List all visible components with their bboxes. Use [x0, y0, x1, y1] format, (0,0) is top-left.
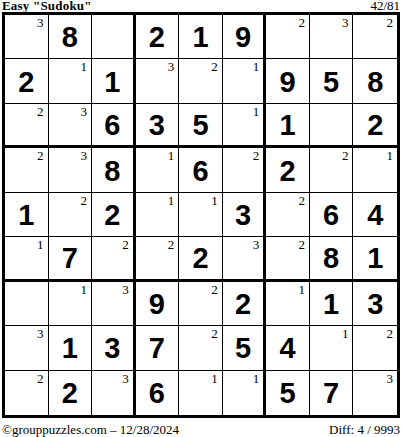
pencil-mark: 1 [298, 283, 305, 296]
cell-value: 3 [367, 290, 383, 319]
cell-value: 4 [280, 334, 296, 363]
cell-value: 8 [104, 157, 120, 186]
cell-value: 5 [323, 68, 339, 97]
sudoku-cell-r1c4[interactable]: 2 [136, 15, 180, 59]
cell-value: 6 [192, 157, 208, 186]
sudoku-cell-r8c1[interactable]: 3 [5, 326, 49, 370]
pencil-mark: 3 [37, 327, 44, 340]
sudoku-cell-r2c6[interactable]: 1 [223, 59, 267, 103]
cell-value: 8 [323, 244, 339, 273]
header: Easy "Sudoku" 42/81 [0, 0, 402, 12]
cell-value: 1 [192, 23, 208, 52]
sudoku-cell-r3c8[interactable] [310, 104, 354, 148]
sudoku-cell-r8c4[interactable]: 7 [136, 326, 180, 370]
sudoku-cell-r2c1[interactable]: 2 [5, 59, 49, 103]
pencil-mark: 2 [387, 327, 394, 340]
sudoku-cell-r4c3[interactable]: 8 [92, 148, 136, 192]
sudoku-cell-r3c6[interactable]: 1 [223, 104, 267, 148]
sudoku-cell-r6c9[interactable]: 1 [353, 237, 397, 281]
progress-counter: 42/81 [370, 0, 400, 12]
sudoku-cell-r7c1[interactable] [5, 282, 49, 326]
sudoku-cell-r2c7[interactable]: 9 [266, 59, 310, 103]
sudoku-cell-r4c5[interactable]: 6 [179, 148, 223, 192]
pencil-mark: 1 [211, 372, 218, 385]
cell-value: 6 [104, 111, 120, 140]
sudoku-cell-r8c6[interactable]: 5 [223, 326, 267, 370]
sudoku-cell-r1c8[interactable]: 3 [310, 15, 354, 59]
sudoku-cell-r2c2[interactable]: 1 [49, 59, 93, 103]
cell-value: 3 [235, 201, 251, 230]
sudoku-cell-r3c9[interactable]: 2 [353, 104, 397, 148]
cell-value: 2 [62, 379, 78, 408]
sudoku-cell-r8c8[interactable]: 1 [310, 326, 354, 370]
pencil-mark: 3 [253, 238, 260, 251]
sudoku-cell-r5c8[interactable]: 6 [310, 193, 354, 237]
sudoku-cell-r2c8[interactable]: 5 [310, 59, 354, 103]
cell-value: 2 [235, 290, 251, 319]
cell-value: 1 [104, 68, 120, 97]
sudoku-cell-r9c6[interactable]: 1 [223, 371, 267, 415]
pencil-mark: 2 [342, 149, 349, 162]
sudoku-cell-r6c6[interactable]: 3 [223, 237, 267, 281]
pencil-mark: 1 [168, 149, 175, 162]
cell-value: 2 [149, 23, 165, 52]
pencil-mark: 1 [211, 194, 218, 207]
cell-value: 1 [323, 290, 339, 319]
pencil-mark: 1 [387, 149, 394, 162]
pencil-mark: 1 [81, 60, 88, 73]
sudoku-cell-r7c3[interactable]: 3 [92, 282, 136, 326]
cell-value: 5 [235, 334, 251, 363]
footer: ©grouppuzzles.com – 12/28/2024 Diff: 4 /… [0, 418, 402, 436]
cell-value: 2 [104, 201, 120, 230]
sudoku-cell-r6c7[interactable]: 2 [266, 237, 310, 281]
page-title: Easy "Sudoku" [2, 0, 92, 12]
sudoku-cell-r1c7[interactable]: 2 [266, 15, 310, 59]
sudoku-cell-r8c7[interactable]: 4 [266, 326, 310, 370]
pencil-mark: 1 [37, 238, 44, 251]
cell-value: 3 [149, 111, 165, 140]
pencil-mark: 1 [342, 327, 349, 340]
sudoku-cell-r1c5[interactable]: 1 [179, 15, 223, 59]
sudoku-cell-r7c4[interactable]: 9 [136, 282, 180, 326]
sudoku-cell-r2c4[interactable]: 3 [136, 59, 180, 103]
sudoku-cell-r5c6[interactable]: 3 [223, 193, 267, 237]
sudoku-cell-r5c9[interactable]: 4 [353, 193, 397, 237]
pencil-mark: 2 [387, 16, 394, 29]
cell-value: 6 [323, 201, 339, 230]
sudoku-cell-r9c3[interactable]: 3 [92, 371, 136, 415]
sudoku-cell-r6c1[interactable]: 1 [5, 237, 49, 281]
cell-value: 8 [62, 23, 78, 52]
sudoku-cell-r8c3[interactable]: 3 [92, 326, 136, 370]
sudoku-cell-r6c8[interactable]: 8 [310, 237, 354, 281]
cell-value: 9 [235, 23, 251, 52]
sudoku-cell-r4c1[interactable]: 2 [5, 148, 49, 192]
sudoku-cell-r8c5[interactable]: 2 [179, 326, 223, 370]
sudoku-cell-r9c2[interactable]: 2 [49, 371, 93, 415]
pencil-mark: 2 [253, 149, 260, 162]
cell-value: 9 [280, 68, 296, 97]
cell-value: 7 [323, 379, 339, 408]
cell-value: 6 [149, 379, 165, 408]
sudoku-cell-r5c7[interactable]: 2 [266, 193, 310, 237]
sudoku-cell-r5c3[interactable]: 2 [92, 193, 136, 237]
pencil-mark: 2 [168, 238, 175, 251]
sudoku-cell-r5c4[interactable]: 1 [136, 193, 180, 237]
sudoku-cell-r3c3[interactable]: 6 [92, 104, 136, 148]
sudoku-cell-r7c6[interactable]: 2 [223, 282, 267, 326]
pencil-mark: 3 [122, 283, 129, 296]
sudoku-cell-r6c5[interactable]: 2 [179, 237, 223, 281]
sudoku-cell-r3c7[interactable]: 1 [266, 104, 310, 148]
pencil-mark: 3 [387, 372, 394, 385]
pencil-mark: 2 [298, 16, 305, 29]
cell-value: 5 [192, 111, 208, 140]
cell-value: 5 [280, 379, 296, 408]
sudoku-cell-r4c4[interactable]: 1 [136, 148, 180, 192]
sudoku-cell-r4c7[interactable]: 2 [266, 148, 310, 192]
sudoku-cell-r3c4[interactable]: 3 [136, 104, 180, 148]
cell-value: 1 [18, 201, 34, 230]
sudoku-cell-r3c5[interactable]: 5 [179, 104, 223, 148]
pencil-mark: 3 [122, 372, 129, 385]
cell-value: 1 [367, 244, 383, 273]
pencil-mark: 1 [168, 194, 175, 207]
sudoku-cell-r8c2[interactable]: 1 [49, 326, 93, 370]
pencil-mark: 2 [211, 60, 218, 73]
footer-difficulty: Diff: 4 / 9993 [329, 423, 400, 436]
cell-value: 2 [367, 111, 383, 140]
sudoku-cell-r9c5[interactable]: 1 [179, 371, 223, 415]
sudoku-cell-r2c5[interactable]: 2 [179, 59, 223, 103]
sudoku-cell-r1c9[interactable]: 2 [353, 15, 397, 59]
sudoku-cell-r6c2[interactable]: 7 [49, 237, 93, 281]
sudoku-cell-r5c2[interactable]: 2 [49, 193, 93, 237]
pencil-mark: 2 [298, 194, 305, 207]
pencil-mark: 3 [81, 149, 88, 162]
cell-value: 7 [149, 334, 165, 363]
sudoku-cell-r7c9[interactable]: 3 [353, 282, 397, 326]
pencil-mark: 2 [37, 105, 44, 118]
sudoku-cell-r1c6[interactable]: 9 [223, 15, 267, 59]
cell-value: 9 [149, 290, 165, 319]
sudoku-cell-r4c8[interactable]: 2 [310, 148, 354, 192]
sudoku-cell-r4c9[interactable]: 1 [353, 148, 397, 192]
pencil-mark: 3 [37, 16, 44, 29]
pencil-mark: 2 [211, 327, 218, 340]
cell-value: 8 [367, 68, 383, 97]
pencil-mark: 1 [253, 372, 260, 385]
sudoku-cell-r7c2[interactable]: 1 [49, 282, 93, 326]
pencil-mark: 1 [253, 60, 260, 73]
cell-value: 2 [18, 68, 34, 97]
sudoku-cell-r9c4[interactable]: 6 [136, 371, 180, 415]
pencil-mark: 2 [211, 283, 218, 296]
footer-credit: ©grouppuzzles.com – 12/28/2024 [2, 423, 179, 436]
pencil-mark: 1 [81, 283, 88, 296]
sudoku-cell-r6c4[interactable]: 2 [136, 237, 180, 281]
sudoku-cell-r9c7[interactable]: 5 [266, 371, 310, 415]
cell-value: 1 [62, 334, 78, 363]
cell-value: 2 [192, 244, 208, 273]
cell-value: 3 [104, 334, 120, 363]
sudoku-cell-r3c1[interactable]: 2 [5, 104, 49, 148]
sudoku-cell-r7c8[interactable]: 1 [310, 282, 354, 326]
sudoku-cell-r4c2[interactable]: 3 [49, 148, 93, 192]
pencil-mark: 1 [253, 105, 260, 118]
sudoku-cell-r9c9[interactable]: 3 [353, 371, 397, 415]
pencil-mark: 2 [298, 238, 305, 251]
sudoku-cell-r8c9[interactable]: 2 [353, 326, 397, 370]
sudoku-cell-r9c1[interactable]: 2 [5, 371, 49, 415]
sudoku-cell-r2c9[interactable]: 8 [353, 59, 397, 103]
pencil-mark: 2 [122, 238, 129, 251]
pencil-mark: 3 [81, 105, 88, 118]
sudoku-cell-r2c3[interactable]: 1 [92, 59, 136, 103]
cell-value: 7 [62, 244, 78, 273]
sudoku-cell-r3c2[interactable]: 3 [49, 104, 93, 148]
sudoku-grid: 3821923221132195823635112238162221122113… [2, 12, 400, 418]
pencil-mark: 2 [37, 149, 44, 162]
pencil-mark: 2 [37, 372, 44, 385]
pencil-mark: 3 [168, 60, 175, 73]
sudoku-cell-r4c6[interactable]: 2 [223, 148, 267, 192]
sudoku-cell-r5c5[interactable]: 1 [179, 193, 223, 237]
pencil-mark: 2 [81, 194, 88, 207]
sudoku-cell-r1c2[interactable]: 8 [49, 15, 93, 59]
cell-value: 4 [367, 201, 383, 230]
sudoku-cell-r1c3[interactable] [92, 15, 136, 59]
cell-value: 2 [280, 157, 296, 186]
sudoku-cell-r1c1[interactable]: 3 [5, 15, 49, 59]
sudoku-cell-r7c5[interactable]: 2 [179, 282, 223, 326]
sudoku-cell-r6c3[interactable]: 2 [92, 237, 136, 281]
cell-value: 1 [280, 111, 296, 140]
sudoku-cell-r9c8[interactable]: 7 [310, 371, 354, 415]
sudoku-cell-r7c7[interactable]: 1 [266, 282, 310, 326]
sudoku-cell-r5c1[interactable]: 1 [5, 193, 49, 237]
pencil-mark: 3 [342, 16, 349, 29]
